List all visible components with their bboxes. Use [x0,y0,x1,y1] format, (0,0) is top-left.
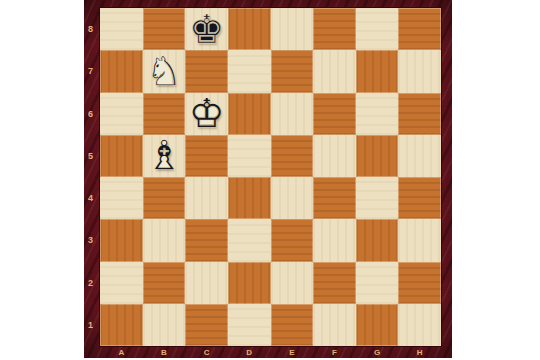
square-c6[interactable]: ♚♔ [185,93,228,135]
square-h4[interactable] [398,177,441,219]
square-f5[interactable] [313,135,356,177]
file-label-A: A [100,346,143,358]
square-g6[interactable] [356,93,399,135]
square-d3[interactable] [228,219,271,261]
rank-label-5: 5 [84,135,100,177]
square-d7[interactable] [228,50,271,92]
square-a5[interactable] [100,135,143,177]
square-e6[interactable] [271,93,314,135]
file-label-F: F [313,346,356,358]
square-a6[interactable] [100,93,143,135]
square-c7[interactable] [185,50,228,92]
square-h7[interactable] [398,50,441,92]
square-b2[interactable] [143,262,186,304]
rank-label-2: 2 [84,262,100,304]
file-label-H: H [398,346,441,358]
square-b4[interactable] [143,177,186,219]
square-h6[interactable] [398,93,441,135]
square-g1[interactable] [356,304,399,346]
file-label-D: D [228,346,271,358]
square-d8[interactable] [228,8,271,50]
rank-label-6: 6 [84,93,100,135]
square-c4[interactable] [185,177,228,219]
square-g2[interactable] [356,262,399,304]
square-g5[interactable] [356,135,399,177]
file-label-B: B [143,346,186,358]
board-grid: ♚♞♘♚♔♝♗ [100,8,441,346]
square-g3[interactable] [356,219,399,261]
square-a7[interactable] [100,50,143,92]
file-label-G: G [356,346,399,358]
piece-white-king-c6[interactable]: ♚♔ [186,93,227,134]
white-king-glyph-outline: ♔ [186,93,227,134]
square-h1[interactable] [398,304,441,346]
file-labels: ABCDEFGH [100,346,441,358]
square-g4[interactable] [356,177,399,219]
file-label-E: E [271,346,314,358]
square-d6[interactable] [228,93,271,135]
square-e2[interactable] [271,262,314,304]
square-b1[interactable] [143,304,186,346]
square-a2[interactable] [100,262,143,304]
square-f2[interactable] [313,262,356,304]
square-f3[interactable] [313,219,356,261]
square-e5[interactable] [271,135,314,177]
square-e3[interactable] [271,219,314,261]
piece-black-king-c8[interactable]: ♚ [186,9,227,50]
rank-label-1: 1 [84,304,100,346]
square-f8[interactable] [313,8,356,50]
square-c1[interactable] [185,304,228,346]
square-e1[interactable] [271,304,314,346]
square-c5[interactable] [185,135,228,177]
square-h8[interactable] [398,8,441,50]
square-d4[interactable] [228,177,271,219]
square-e4[interactable] [271,177,314,219]
rank-labels: 87654321 [84,8,100,346]
rank-label-4: 4 [84,177,100,219]
square-a1[interactable] [100,304,143,346]
page: 87654321 ABCDEFGH ♚♞♘♚♔♝♗ [0,0,540,360]
piece-white-knight-b7[interactable]: ♞♘ [143,51,184,92]
square-g7[interactable] [356,50,399,92]
square-d5[interactable] [228,135,271,177]
square-h3[interactable] [398,219,441,261]
square-f4[interactable] [313,177,356,219]
black-king-glyph: ♚ [186,9,227,50]
square-b5[interactable]: ♝♗ [143,135,186,177]
square-f6[interactable] [313,93,356,135]
square-a3[interactable] [100,219,143,261]
white-knight-glyph-outline: ♘ [143,51,184,92]
chess-board-frame: 87654321 ABCDEFGH ♚♞♘♚♔♝♗ [84,0,452,358]
square-e7[interactable] [271,50,314,92]
square-c8[interactable]: ♚ [185,8,228,50]
square-b6[interactable] [143,93,186,135]
square-c2[interactable] [185,262,228,304]
piece-white-bishop-b5[interactable]: ♝♗ [143,135,184,176]
rank-label-3: 3 [84,219,100,261]
square-f1[interactable] [313,304,356,346]
square-b3[interactable] [143,219,186,261]
square-d2[interactable] [228,262,271,304]
square-c3[interactable] [185,219,228,261]
square-b8[interactable] [143,8,186,50]
square-h5[interactable] [398,135,441,177]
file-label-C: C [185,346,228,358]
square-d1[interactable] [228,304,271,346]
rank-label-7: 7 [84,50,100,92]
square-f7[interactable] [313,50,356,92]
square-e8[interactable] [271,8,314,50]
rank-label-8: 8 [84,8,100,50]
square-g8[interactable] [356,8,399,50]
square-b7[interactable]: ♞♘ [143,50,186,92]
square-h2[interactable] [398,262,441,304]
square-a4[interactable] [100,177,143,219]
square-a8[interactable] [100,8,143,50]
white-bishop-glyph-outline: ♗ [143,135,184,176]
